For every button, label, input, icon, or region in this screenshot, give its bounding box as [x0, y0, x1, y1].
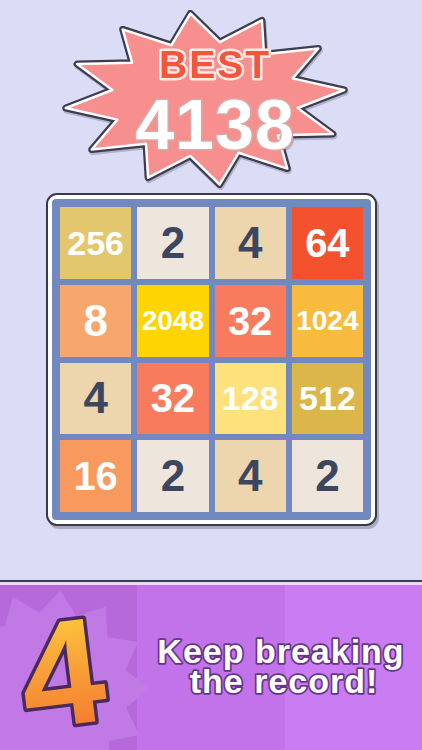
- best-score-section: BEST 4138 256246482048321024432128512162…: [0, 0, 422, 580]
- tile-r2c4: 1024: [292, 285, 363, 357]
- best-score-value: 4138: [135, 86, 295, 164]
- tile-r3c4: 512: [292, 363, 363, 435]
- footer-art: 4 Keep breaking the record!: [0, 585, 422, 750]
- tile-r4c1: 16: [60, 440, 131, 512]
- tile-r4c4: 2: [292, 440, 363, 512]
- tile-r2c1: 8: [60, 285, 131, 357]
- tile-r2c3: 32: [215, 285, 286, 357]
- tile-r1c1: 256: [60, 207, 131, 279]
- best-badge: BEST 4138: [55, 2, 355, 194]
- tile-r3c3: 128: [215, 363, 286, 435]
- tile-r1c4: 64: [292, 207, 363, 279]
- board-grid[interactable]: 25624648204832102443212851216242: [52, 199, 371, 520]
- footer-caption-line2: the record!: [190, 662, 379, 700]
- tile-r3c2: 32: [137, 363, 208, 435]
- board-frame: 25624648204832102443212851216242: [46, 193, 377, 526]
- tile-r2c2: 2048: [137, 285, 208, 357]
- footer-banner: 4 Keep breaking the record!: [0, 580, 422, 750]
- tile-r4c3: 4: [215, 440, 286, 512]
- best-label: BEST: [159, 43, 271, 86]
- tile-r4c2: 2: [137, 440, 208, 512]
- footer-background: 4 Keep breaking the record!: [0, 585, 422, 750]
- tile-r3c1: 4: [60, 363, 131, 435]
- tile-r1c3: 4: [215, 207, 286, 279]
- tile-r1c2: 2: [137, 207, 208, 279]
- app-screenshot: { "game": "2048", "position": { "grid": …: [0, 0, 422, 750]
